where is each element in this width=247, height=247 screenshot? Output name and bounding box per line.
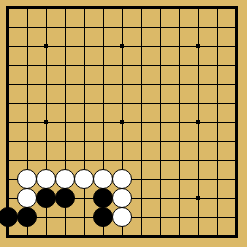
hoshi-point <box>196 44 200 48</box>
vertical-grid-line <box>217 8 218 237</box>
vertical-grid-line <box>160 8 161 237</box>
black-stone <box>55 188 75 208</box>
black-stone <box>36 188 56 208</box>
horizontal-grid-line <box>8 141 237 142</box>
vertical-grid-line <box>179 8 180 237</box>
hoshi-point <box>120 120 124 124</box>
go-board[interactable] <box>0 0 247 247</box>
black-stone <box>17 207 37 227</box>
go-board-diagram <box>0 0 247 247</box>
hoshi-point <box>196 196 200 200</box>
black-stone <box>93 207 113 227</box>
hoshi-point <box>196 120 200 124</box>
white-stone <box>93 169 113 189</box>
white-stone <box>17 169 37 189</box>
vertical-grid-line <box>141 8 142 237</box>
hoshi-point <box>120 44 124 48</box>
white-stone <box>36 169 56 189</box>
white-stone <box>112 188 132 208</box>
white-stone <box>17 188 37 208</box>
white-stone <box>74 169 94 189</box>
white-stone <box>112 207 132 227</box>
hoshi-point <box>44 120 48 124</box>
black-stone <box>93 188 113 208</box>
white-stone <box>55 169 75 189</box>
hoshi-point <box>44 44 48 48</box>
white-stone <box>112 169 132 189</box>
horizontal-grid-line <box>8 160 237 161</box>
